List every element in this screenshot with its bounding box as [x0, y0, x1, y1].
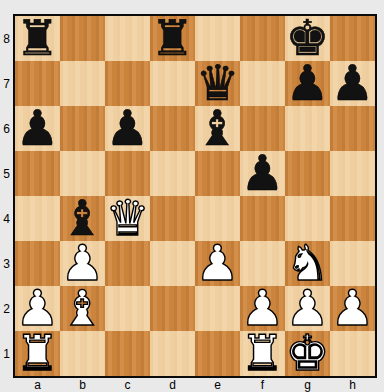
piece-white-rook[interactable]: ♜	[16, 331, 60, 376]
square-e5[interactable]	[195, 151, 240, 196]
piece-white-pawn[interactable]: ♟	[331, 286, 375, 331]
piece-black-pawn[interactable]: ♟	[331, 61, 375, 106]
square-d7[interactable]	[150, 61, 195, 106]
piece-black-pawn[interactable]: ♟	[16, 106, 60, 151]
square-h4[interactable]	[330, 196, 375, 241]
square-d4[interactable]	[150, 196, 195, 241]
square-b7[interactable]	[60, 61, 105, 106]
square-f8[interactable]	[240, 16, 285, 61]
piece-black-pawn[interactable]: ♟	[106, 106, 150, 151]
square-c1[interactable]	[105, 331, 150, 376]
square-h1[interactable]	[330, 331, 375, 376]
rank-labels: 87654321	[0, 16, 13, 376]
square-a6[interactable]: ♟	[15, 106, 60, 151]
rank-label-5: 5	[0, 151, 13, 196]
file-label-g: g	[285, 377, 330, 392]
square-d8[interactable]: ♜	[150, 16, 195, 61]
square-a4[interactable]	[15, 196, 60, 241]
piece-black-rook[interactable]: ♜	[151, 16, 195, 61]
rank-label-8: 8	[0, 16, 13, 61]
file-labels: abcdefgh	[15, 377, 375, 392]
file-label-b: b	[60, 377, 105, 392]
piece-white-king[interactable]: ♚	[286, 331, 330, 376]
chess-app-window: 87654321 ♜♜♚♛♟♟♟♟♝♟♝♛♟♟♞♟♝♟♟♟♜♜♚ abcdefg…	[0, 0, 384, 392]
square-c4[interactable]: ♛	[105, 196, 150, 241]
rank-label-3: 3	[0, 241, 13, 286]
file-label-a: a	[15, 377, 60, 392]
square-e2[interactable]	[195, 286, 240, 331]
file-label-c: c	[105, 377, 150, 392]
square-d3[interactable]	[150, 241, 195, 286]
square-c8[interactable]	[105, 16, 150, 61]
file-label-d: d	[150, 377, 195, 392]
piece-white-pawn[interactable]: ♟	[196, 241, 240, 286]
square-h5[interactable]	[330, 151, 375, 196]
square-a5[interactable]	[15, 151, 60, 196]
piece-black-rook[interactable]: ♜	[16, 16, 60, 61]
square-b8[interactable]	[60, 16, 105, 61]
square-g1[interactable]: ♚	[285, 331, 330, 376]
chess-board: ♜♜♚♛♟♟♟♟♝♟♝♛♟♟♞♟♝♟♟♟♜♜♚	[13, 14, 377, 378]
square-c2[interactable]	[105, 286, 150, 331]
square-b1[interactable]	[60, 331, 105, 376]
square-a1[interactable]: ♜	[15, 331, 60, 376]
square-h6[interactable]	[330, 106, 375, 151]
square-a8[interactable]: ♜	[15, 16, 60, 61]
square-h2[interactable]: ♟	[330, 286, 375, 331]
square-b2[interactable]: ♝	[60, 286, 105, 331]
rank-label-7: 7	[0, 61, 13, 106]
piece-white-rook[interactable]: ♜	[241, 331, 285, 376]
file-label-e: e	[195, 377, 240, 392]
file-label-h: h	[330, 377, 375, 392]
square-d1[interactable]	[150, 331, 195, 376]
piece-white-queen[interactable]: ♛	[106, 196, 150, 241]
square-c6[interactable]: ♟	[105, 106, 150, 151]
square-f7[interactable]	[240, 61, 285, 106]
rank-label-1: 1	[0, 331, 13, 376]
square-f4[interactable]	[240, 196, 285, 241]
square-e1[interactable]	[195, 331, 240, 376]
square-g7[interactable]: ♟	[285, 61, 330, 106]
square-h7[interactable]: ♟	[330, 61, 375, 106]
rank-label-6: 6	[0, 106, 13, 151]
piece-white-bishop[interactable]: ♝	[61, 286, 105, 331]
square-g5[interactable]	[285, 151, 330, 196]
square-c3[interactable]	[105, 241, 150, 286]
piece-black-pawn[interactable]: ♟	[286, 61, 330, 106]
square-f1[interactable]: ♜	[240, 331, 285, 376]
square-g6[interactable]	[285, 106, 330, 151]
square-d2[interactable]	[150, 286, 195, 331]
rank-label-4: 4	[0, 196, 13, 241]
square-d5[interactable]	[150, 151, 195, 196]
piece-black-pawn[interactable]: ♟	[241, 151, 285, 196]
file-label-f: f	[240, 377, 285, 392]
square-f5[interactable]: ♟	[240, 151, 285, 196]
square-d6[interactable]	[150, 106, 195, 151]
piece-black-bishop[interactable]: ♝	[196, 106, 240, 151]
square-e6[interactable]: ♝	[195, 106, 240, 151]
rank-label-2: 2	[0, 286, 13, 331]
square-b6[interactable]	[60, 106, 105, 151]
square-e3[interactable]: ♟	[195, 241, 240, 286]
